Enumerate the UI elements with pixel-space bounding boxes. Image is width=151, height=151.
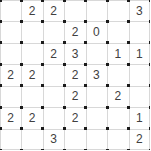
intersection-dot	[20, 20, 23, 23]
cell-r1c3[interactable]: 2	[43, 0, 64, 21]
intersection-dot	[0, 41, 2, 44]
cell-r6c3[interactable]	[43, 107, 64, 128]
cell-r3c6[interactable]: 1	[107, 43, 128, 64]
cell-r5c3[interactable]	[43, 86, 64, 107]
cell-r3c5[interactable]	[86, 43, 107, 64]
intersection-dot	[0, 149, 2, 151]
intersection-dot	[63, 41, 66, 44]
cell-r5c1[interactable]	[0, 86, 21, 107]
intersection-dot	[106, 149, 109, 151]
cell-r4c7[interactable]	[129, 64, 150, 85]
cell-r7c3[interactable]: 3	[43, 129, 64, 150]
cell-r4c5[interactable]: 3	[86, 64, 107, 85]
cell-r5c4[interactable]: 2	[64, 86, 85, 107]
intersection-dot	[149, 106, 151, 109]
intersection-dot	[41, 149, 44, 151]
intersection-dot	[20, 63, 23, 66]
cell-r1c2[interactable]: 2	[21, 0, 42, 21]
cell-r2c4[interactable]: 2	[64, 21, 85, 42]
intersection-dot	[0, 106, 2, 109]
cell-r3c7[interactable]: 1	[129, 43, 150, 64]
intersection-dot	[84, 149, 87, 151]
cell-r6c6[interactable]	[107, 107, 128, 128]
intersection-dot	[0, 20, 2, 23]
cell-r2c1[interactable]	[0, 21, 21, 42]
intersection-dot	[84, 0, 87, 2]
intersection-dot	[106, 0, 109, 2]
intersection-dot	[41, 20, 44, 23]
intersection-dot	[63, 84, 66, 87]
intersection-dot	[84, 127, 87, 130]
cell-r1c7[interactable]: 3	[129, 0, 150, 21]
cell-r2c7[interactable]	[129, 21, 150, 42]
intersection-dot	[41, 106, 44, 109]
cell-r7c2[interactable]	[21, 129, 42, 150]
intersection-dot	[41, 41, 44, 44]
cell-r6c7[interactable]: 1	[129, 107, 150, 128]
cell-r7c5[interactable]	[86, 129, 107, 150]
cell-r6c4[interactable]: 2	[64, 107, 85, 128]
intersection-dot	[127, 63, 130, 66]
intersection-dot	[149, 127, 151, 130]
cell-r7c1[interactable]	[0, 129, 21, 150]
intersection-dot	[20, 149, 23, 151]
intersection-dot	[41, 63, 44, 66]
cell-r4c4[interactable]: 2	[64, 64, 85, 85]
intersection-dot	[84, 41, 87, 44]
intersection-dot	[106, 63, 109, 66]
intersection-dot	[63, 149, 66, 151]
intersection-dot	[63, 0, 66, 2]
cell-r1c1[interactable]	[0, 0, 21, 21]
intersection-dot	[20, 41, 23, 44]
intersection-dot	[149, 63, 151, 66]
intersection-dot	[127, 149, 130, 151]
intersection-dot	[106, 127, 109, 130]
intersection-dot	[0, 84, 2, 87]
intersection-dot	[84, 84, 87, 87]
intersection-dot	[41, 0, 44, 2]
cell-r7c4[interactable]	[64, 129, 85, 150]
cell-r6c1[interactable]: 2	[0, 107, 21, 128]
cell-r5c5[interactable]	[86, 86, 107, 107]
intersection-dot	[106, 84, 109, 87]
cell-r3c2[interactable]	[21, 43, 42, 64]
cell-r2c3[interactable]	[43, 21, 64, 42]
cell-r4c1[interactable]: 2	[0, 64, 21, 85]
intersection-dot	[20, 106, 23, 109]
intersection-dot	[20, 127, 23, 130]
intersection-dot	[127, 84, 130, 87]
intersection-dot	[63, 63, 66, 66]
cell-r6c2[interactable]: 2	[21, 107, 42, 128]
intersection-dot	[127, 106, 130, 109]
cell-r5c2[interactable]	[21, 86, 42, 107]
cell-r3c1[interactable]	[0, 43, 21, 64]
intersection-dot	[106, 20, 109, 23]
intersection-dot	[63, 127, 66, 130]
cell-r3c4[interactable]: 3	[64, 43, 85, 64]
intersection-dot	[149, 84, 151, 87]
intersection-dot	[127, 0, 130, 2]
intersection-dot	[0, 0, 2, 2]
intersection-dot	[0, 63, 2, 66]
intersection-dot	[84, 63, 87, 66]
intersection-dot	[149, 41, 151, 44]
intersection-dot	[127, 41, 130, 44]
cell-r1c5[interactable]	[86, 0, 107, 21]
slitherlink-board: 223202311222322222132	[0, 0, 150, 150]
cell-r1c4[interactable]	[64, 0, 85, 21]
cell-r4c6[interactable]	[107, 64, 128, 85]
cell-r6c5[interactable]	[86, 107, 107, 128]
cell-r7c7[interactable]: 2	[129, 129, 150, 150]
intersection-dot	[63, 20, 66, 23]
intersection-dot	[149, 0, 151, 2]
cell-r2c6[interactable]	[107, 21, 128, 42]
intersection-dot	[41, 127, 44, 130]
intersection-dot	[106, 106, 109, 109]
cell-r5c6[interactable]: 2	[107, 86, 128, 107]
intersection-dot	[84, 106, 87, 109]
intersection-dot	[41, 84, 44, 87]
intersection-dot	[63, 106, 66, 109]
intersection-dot	[20, 0, 23, 2]
intersection-dot	[0, 127, 2, 130]
intersection-dot	[149, 149, 151, 151]
intersection-dot	[84, 20, 87, 23]
cell-r5c7[interactable]	[129, 86, 150, 107]
intersection-dot	[106, 41, 109, 44]
cell-r2c2[interactable]	[21, 21, 42, 42]
cell-r7c6[interactable]	[107, 129, 128, 150]
cell-r2c5[interactable]: 0	[86, 21, 107, 42]
intersection-dot	[149, 20, 151, 23]
cell-r4c3[interactable]	[43, 64, 64, 85]
intersection-dot	[127, 20, 130, 23]
cell-r3c3[interactable]: 2	[43, 43, 64, 64]
cell-r4c2[interactable]: 2	[21, 64, 42, 85]
intersection-dot	[127, 127, 130, 130]
intersection-dot	[20, 84, 23, 87]
cell-r1c6[interactable]	[107, 0, 128, 21]
